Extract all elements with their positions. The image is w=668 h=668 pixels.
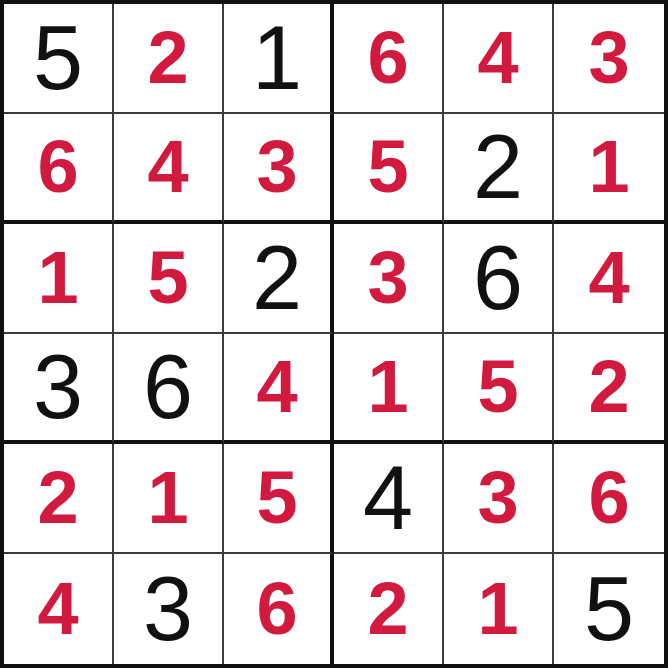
cell-r5c1: 2 (4, 444, 114, 554)
cell-r3c4: 3 (334, 224, 444, 334)
cell-r1c1: 5 (4, 4, 114, 114)
cell-r2c4: 5 (334, 114, 444, 224)
sudoku-grid: 521643643521152364364152215436436215 (4, 4, 664, 664)
sudoku-board: 521643643521152364364152215436436215 (0, 0, 668, 668)
cell-r5c6: 6 (554, 444, 664, 554)
cell-r4c4: 1 (334, 334, 444, 444)
cell-r3c1: 1 (4, 224, 114, 334)
cell-r5c2: 1 (114, 444, 224, 554)
cell-r4c6: 2 (554, 334, 664, 444)
cell-r5c3: 5 (224, 444, 334, 554)
cell-r2c1: 6 (4, 114, 114, 224)
cell-r3c6: 4 (554, 224, 664, 334)
cell-r4c5: 5 (444, 334, 554, 444)
cell-r6c2: 3 (114, 554, 224, 664)
cell-r4c3: 4 (224, 334, 334, 444)
cell-r1c6: 3 (554, 4, 664, 114)
cell-r1c2: 2 (114, 4, 224, 114)
cell-r3c3: 2 (224, 224, 334, 334)
cell-r6c4: 2 (334, 554, 444, 664)
cell-r3c2: 5 (114, 224, 224, 334)
cell-r6c1: 4 (4, 554, 114, 664)
cell-r1c5: 4 (444, 4, 554, 114)
cell-r2c3: 3 (224, 114, 334, 224)
cell-r1c3: 1 (224, 4, 334, 114)
cell-r1c4: 6 (334, 4, 444, 114)
cell-r2c6: 1 (554, 114, 664, 224)
cell-r4c1: 3 (4, 334, 114, 444)
cell-r3c5: 6 (444, 224, 554, 334)
cell-r5c4: 4 (334, 444, 444, 554)
cell-r2c5: 2 (444, 114, 554, 224)
cell-r6c5: 1 (444, 554, 554, 664)
cell-r4c2: 6 (114, 334, 224, 444)
cell-r5c5: 3 (444, 444, 554, 554)
cell-r6c3: 6 (224, 554, 334, 664)
cell-r2c2: 4 (114, 114, 224, 224)
cell-r6c6: 5 (554, 554, 664, 664)
